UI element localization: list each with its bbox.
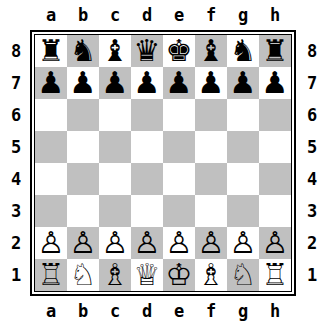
piece-white-pawn: ♙ bbox=[262, 227, 289, 259]
file-labels-top: a b c d e f g h bbox=[35, 3, 291, 27]
square-f5[interactable] bbox=[195, 131, 227, 163]
piece-black-rook: ♜ bbox=[262, 35, 289, 67]
piece-black-pawn: ♟ bbox=[198, 67, 225, 99]
square-e5[interactable] bbox=[163, 131, 195, 163]
square-c4[interactable] bbox=[99, 163, 131, 195]
file-label-h: h bbox=[259, 3, 291, 27]
piece-black-king: ♚ bbox=[166, 35, 193, 67]
chess-board: ♜♞♝♛♚♝♞♜♟♟♟♟♟♟♟♟♙♙♙♙♙♙♙♙♖♘♗♕♔♗♘♖ bbox=[35, 35, 291, 291]
square-b6[interactable] bbox=[67, 99, 99, 131]
file-label-h: h bbox=[259, 299, 291, 323]
square-d7[interactable]: ♟ bbox=[131, 67, 163, 99]
square-d6[interactable] bbox=[131, 99, 163, 131]
rank-label-8: 8 bbox=[300, 35, 324, 67]
chess-diagram: a b c d e f g h 8 7 6 5 4 3 2 1 ♜♞♝♛♚♝♞♜… bbox=[0, 0, 328, 328]
file-label-d: d bbox=[131, 299, 163, 323]
piece-black-knight: ♞ bbox=[70, 35, 97, 67]
rank-labels-left: 8 7 6 5 4 3 2 1 bbox=[4, 35, 28, 291]
rank-label-1: 1 bbox=[300, 259, 324, 291]
rank-labels-right: 8 7 6 5 4 3 2 1 bbox=[300, 35, 324, 291]
square-h2[interactable]: ♙ bbox=[259, 227, 291, 259]
square-f6[interactable] bbox=[195, 99, 227, 131]
square-d3[interactable] bbox=[131, 195, 163, 227]
piece-black-pawn: ♟ bbox=[134, 67, 161, 99]
piece-black-pawn: ♟ bbox=[166, 67, 193, 99]
file-label-a: a bbox=[35, 299, 67, 323]
rank-label-7: 7 bbox=[300, 67, 324, 99]
square-a1[interactable]: ♖ bbox=[35, 259, 67, 291]
piece-white-pawn: ♙ bbox=[102, 227, 129, 259]
file-label-e: e bbox=[163, 3, 195, 27]
rank-label-3: 3 bbox=[300, 195, 324, 227]
rank-label-2: 2 bbox=[300, 227, 324, 259]
file-label-g: g bbox=[227, 299, 259, 323]
piece-black-rook: ♜ bbox=[38, 35, 65, 67]
square-b2[interactable]: ♙ bbox=[67, 227, 99, 259]
file-label-c: c bbox=[99, 3, 131, 27]
file-label-c: c bbox=[99, 299, 131, 323]
square-h6[interactable] bbox=[259, 99, 291, 131]
square-h5[interactable] bbox=[259, 131, 291, 163]
rank-label-5: 5 bbox=[300, 131, 324, 163]
square-f7[interactable]: ♟ bbox=[195, 67, 227, 99]
square-c7[interactable]: ♟ bbox=[99, 67, 131, 99]
piece-white-pawn: ♙ bbox=[134, 227, 161, 259]
file-label-b: b bbox=[67, 299, 99, 323]
square-g3[interactable] bbox=[227, 195, 259, 227]
square-c1[interactable]: ♗ bbox=[99, 259, 131, 291]
square-a5[interactable] bbox=[35, 131, 67, 163]
square-h4[interactable] bbox=[259, 163, 291, 195]
file-label-a: a bbox=[35, 3, 67, 27]
rank-label-8: 8 bbox=[4, 35, 28, 67]
square-f2[interactable]: ♙ bbox=[195, 227, 227, 259]
piece-black-pawn: ♟ bbox=[70, 67, 97, 99]
square-f1[interactable]: ♗ bbox=[195, 259, 227, 291]
square-d1[interactable]: ♕ bbox=[131, 259, 163, 291]
square-b7[interactable]: ♟ bbox=[67, 67, 99, 99]
square-c8[interactable]: ♝ bbox=[99, 35, 131, 67]
piece-white-pawn: ♙ bbox=[230, 227, 257, 259]
rank-label-4: 4 bbox=[300, 163, 324, 195]
piece-white-pawn: ♙ bbox=[70, 227, 97, 259]
square-c5[interactable] bbox=[99, 131, 131, 163]
piece-white-knight: ♘ bbox=[70, 259, 97, 291]
square-g8[interactable]: ♞ bbox=[227, 35, 259, 67]
square-f8[interactable]: ♝ bbox=[195, 35, 227, 67]
square-f3[interactable] bbox=[195, 195, 227, 227]
rank-label-4: 4 bbox=[4, 163, 28, 195]
square-e8[interactable]: ♚ bbox=[163, 35, 195, 67]
rank-label-2: 2 bbox=[4, 227, 28, 259]
piece-white-knight: ♘ bbox=[230, 259, 257, 291]
piece-black-queen: ♛ bbox=[134, 35, 161, 67]
rank-label-1: 1 bbox=[4, 259, 28, 291]
rank-label-7: 7 bbox=[4, 67, 28, 99]
square-g6[interactable] bbox=[227, 99, 259, 131]
square-b8[interactable]: ♞ bbox=[67, 35, 99, 67]
square-h3[interactable] bbox=[259, 195, 291, 227]
square-e1[interactable]: ♔ bbox=[163, 259, 195, 291]
piece-black-bishop: ♝ bbox=[102, 35, 129, 67]
square-a8[interactable]: ♜ bbox=[35, 35, 67, 67]
piece-black-pawn: ♟ bbox=[230, 67, 257, 99]
square-a7[interactable]: ♟ bbox=[35, 67, 67, 99]
square-e3[interactable] bbox=[163, 195, 195, 227]
piece-black-bishop: ♝ bbox=[198, 35, 225, 67]
square-d2[interactable]: ♙ bbox=[131, 227, 163, 259]
file-labels-bottom: a b c d e f g h bbox=[35, 299, 291, 323]
square-c6[interactable] bbox=[99, 99, 131, 131]
file-label-f: f bbox=[195, 3, 227, 27]
chess-board-frame: ♜♞♝♛♚♝♞♜♟♟♟♟♟♟♟♟♙♙♙♙♙♙♙♙♖♘♗♕♔♗♘♖ bbox=[30, 30, 296, 296]
piece-white-rook: ♖ bbox=[38, 259, 65, 291]
square-d4[interactable] bbox=[131, 163, 163, 195]
piece-black-pawn: ♟ bbox=[38, 67, 65, 99]
rank-label-5: 5 bbox=[4, 131, 28, 163]
square-d8[interactable]: ♛ bbox=[131, 35, 163, 67]
piece-white-rook: ♖ bbox=[262, 259, 289, 291]
square-b4[interactable] bbox=[67, 163, 99, 195]
square-h8[interactable]: ♜ bbox=[259, 35, 291, 67]
square-a6[interactable] bbox=[35, 99, 67, 131]
piece-black-knight: ♞ bbox=[230, 35, 257, 67]
piece-white-king: ♔ bbox=[166, 259, 193, 291]
piece-white-pawn: ♙ bbox=[166, 227, 193, 259]
square-e7[interactable]: ♟ bbox=[163, 67, 195, 99]
file-label-f: f bbox=[195, 299, 227, 323]
square-b1[interactable]: ♘ bbox=[67, 259, 99, 291]
piece-white-pawn: ♙ bbox=[198, 227, 225, 259]
rank-label-6: 6 bbox=[4, 99, 28, 131]
square-g2[interactable]: ♙ bbox=[227, 227, 259, 259]
file-label-e: e bbox=[163, 299, 195, 323]
file-label-g: g bbox=[227, 3, 259, 27]
square-g1[interactable]: ♘ bbox=[227, 259, 259, 291]
file-label-b: b bbox=[67, 3, 99, 27]
square-c2[interactable]: ♙ bbox=[99, 227, 131, 259]
square-h7[interactable]: ♟ bbox=[259, 67, 291, 99]
rank-label-6: 6 bbox=[300, 99, 324, 131]
piece-white-bishop: ♗ bbox=[198, 259, 225, 291]
rank-label-3: 3 bbox=[4, 195, 28, 227]
square-g5[interactable] bbox=[227, 131, 259, 163]
square-a4[interactable] bbox=[35, 163, 67, 195]
square-e2[interactable]: ♙ bbox=[163, 227, 195, 259]
square-g4[interactable] bbox=[227, 163, 259, 195]
piece-black-pawn: ♟ bbox=[262, 67, 289, 99]
square-g7[interactable]: ♟ bbox=[227, 67, 259, 99]
square-f4[interactable] bbox=[195, 163, 227, 195]
square-e4[interactable] bbox=[163, 163, 195, 195]
square-e6[interactable] bbox=[163, 99, 195, 131]
piece-black-pawn: ♟ bbox=[102, 67, 129, 99]
file-label-d: d bbox=[131, 3, 163, 27]
square-b5[interactable] bbox=[67, 131, 99, 163]
piece-white-bishop: ♗ bbox=[102, 259, 129, 291]
square-b3[interactable] bbox=[67, 195, 99, 227]
square-h1[interactable]: ♖ bbox=[259, 259, 291, 291]
square-d5[interactable] bbox=[131, 131, 163, 163]
square-a2[interactable]: ♙ bbox=[35, 227, 67, 259]
square-c3[interactable] bbox=[99, 195, 131, 227]
chess-board-inner-frame: ♜♞♝♛♚♝♞♜♟♟♟♟♟♟♟♟♙♙♙♙♙♙♙♙♖♘♗♕♔♗♘♖ bbox=[34, 34, 292, 292]
piece-white-queen: ♕ bbox=[134, 259, 161, 291]
piece-white-pawn: ♙ bbox=[38, 227, 65, 259]
square-a3[interactable] bbox=[35, 195, 67, 227]
